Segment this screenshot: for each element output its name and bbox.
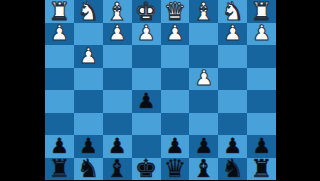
square-d8[interactable]: ♛	[161, 158, 190, 181]
square-d6[interactable]	[161, 113, 190, 136]
square-g2[interactable]	[74, 23, 103, 46]
white-knight-g1[interactable]: ♞	[77, 0, 99, 24]
square-g3[interactable]: ♟	[74, 45, 103, 68]
square-b4[interactable]	[218, 68, 247, 91]
square-c1[interactable]: ♝	[189, 0, 218, 23]
white-pawn-e2[interactable]: ♟	[137, 23, 156, 44]
square-g5[interactable]	[74, 90, 103, 113]
square-d4[interactable]	[161, 68, 190, 91]
square-a6[interactable]	[247, 113, 276, 136]
square-g4[interactable]	[74, 68, 103, 91]
black-pawn-e5[interactable]: ♟	[137, 91, 156, 112]
square-b1[interactable]: ♞	[218, 0, 247, 23]
square-a5[interactable]	[247, 90, 276, 113]
square-h5[interactable]	[45, 90, 74, 113]
white-bishop-f1[interactable]: ♝	[106, 0, 128, 24]
white-bishop-c1[interactable]: ♝	[193, 0, 215, 24]
square-h8[interactable]: ♜	[45, 158, 74, 181]
square-e5[interactable]: ♟	[132, 90, 161, 113]
white-pawn-f2[interactable]: ♟	[108, 23, 127, 44]
square-h4[interactable]	[45, 68, 74, 91]
square-f3[interactable]	[103, 45, 132, 68]
square-f2[interactable]: ♟	[103, 23, 132, 46]
white-rook-a1[interactable]: ♜	[250, 0, 272, 24]
square-h6[interactable]	[45, 113, 74, 136]
black-rook-a8[interactable]: ♜	[250, 156, 272, 180]
square-a8[interactable]: ♜	[247, 158, 276, 181]
black-queen-d8[interactable]: ♛	[164, 156, 186, 180]
square-e3[interactable]	[132, 45, 161, 68]
square-c3[interactable]	[189, 45, 218, 68]
square-g6[interactable]	[74, 113, 103, 136]
black-bishop-f8[interactable]: ♝	[106, 156, 128, 180]
square-d5[interactable]	[161, 90, 190, 113]
square-e1[interactable]: ♚	[132, 0, 161, 23]
square-g8[interactable]: ♞	[74, 158, 103, 181]
square-a4[interactable]	[247, 68, 276, 91]
square-d1[interactable]: ♛	[161, 0, 190, 23]
left-letterbox-bar	[0, 0, 45, 180]
square-b2[interactable]: ♟	[218, 23, 247, 46]
white-pawn-c4[interactable]: ♟	[194, 68, 213, 89]
square-h1[interactable]: ♜	[45, 0, 74, 23]
white-knight-b1[interactable]: ♞	[221, 0, 243, 24]
white-pawn-d2[interactable]: ♟	[166, 23, 185, 44]
square-f5[interactable]	[103, 90, 132, 113]
square-b6[interactable]	[218, 113, 247, 136]
square-e2[interactable]: ♟	[132, 23, 161, 46]
white-pawn-b2[interactable]: ♟	[223, 23, 242, 44]
square-c2[interactable]	[189, 23, 218, 46]
black-king-e8[interactable]: ♚	[135, 156, 157, 180]
chess-board[interactable]: ♜♞♝♚♛♝♞♜♟♟♟♟♟♟♟♟♟♟♟♟♟♟♟♟♜♞♝♚♛♝♞♜	[45, 0, 276, 180]
square-c8[interactable]: ♝	[189, 158, 218, 181]
white-rook-h1[interactable]: ♜	[48, 0, 70, 24]
square-d3[interactable]	[161, 45, 190, 68]
right-letterbox-bar	[276, 0, 320, 180]
square-b3[interactable]	[218, 45, 247, 68]
square-a1[interactable]: ♜	[247, 0, 276, 23]
square-b5[interactable]	[218, 90, 247, 113]
square-e8[interactable]: ♚	[132, 158, 161, 181]
black-bishop-c8[interactable]: ♝	[193, 156, 215, 180]
white-pawn-a2[interactable]: ♟	[252, 23, 271, 44]
square-a2[interactable]: ♟	[247, 23, 276, 46]
white-king-e1[interactable]: ♚	[135, 0, 157, 24]
square-e4[interactable]	[132, 68, 161, 91]
square-c6[interactable]	[189, 113, 218, 136]
square-a3[interactable]	[247, 45, 276, 68]
black-knight-g8[interactable]: ♞	[77, 156, 99, 180]
square-d2[interactable]: ♟	[161, 23, 190, 46]
square-c4[interactable]: ♟	[189, 68, 218, 91]
square-h3[interactable]	[45, 45, 74, 68]
square-f1[interactable]: ♝	[103, 0, 132, 23]
square-f8[interactable]: ♝	[103, 158, 132, 181]
white-pawn-h2[interactable]: ♟	[50, 23, 69, 44]
black-knight-b8[interactable]: ♞	[221, 156, 243, 180]
square-c5[interactable]	[189, 90, 218, 113]
black-rook-h8[interactable]: ♜	[48, 156, 70, 180]
white-queen-d1[interactable]: ♛	[164, 0, 186, 24]
square-e6[interactable]	[132, 113, 161, 136]
square-h2[interactable]: ♟	[45, 23, 74, 46]
square-f6[interactable]	[103, 113, 132, 136]
square-f4[interactable]	[103, 68, 132, 91]
square-b8[interactable]: ♞	[218, 158, 247, 181]
white-pawn-g3[interactable]: ♟	[79, 46, 98, 67]
app-window: ♜♞♝♚♛♝♞♜♟♟♟♟♟♟♟♟♟♟♟♟♟♟♟♟♜♞♝♚♛♝♞♜	[0, 0, 320, 180]
square-g1[interactable]: ♞	[74, 0, 103, 23]
